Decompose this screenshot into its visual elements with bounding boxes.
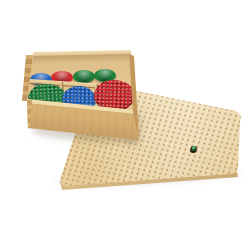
peg-cluster bbox=[173, 132, 214, 166]
green-peg bbox=[191, 146, 197, 151]
green-disc-stack bbox=[73, 70, 95, 83]
product-photo-scene bbox=[0, 0, 250, 250]
